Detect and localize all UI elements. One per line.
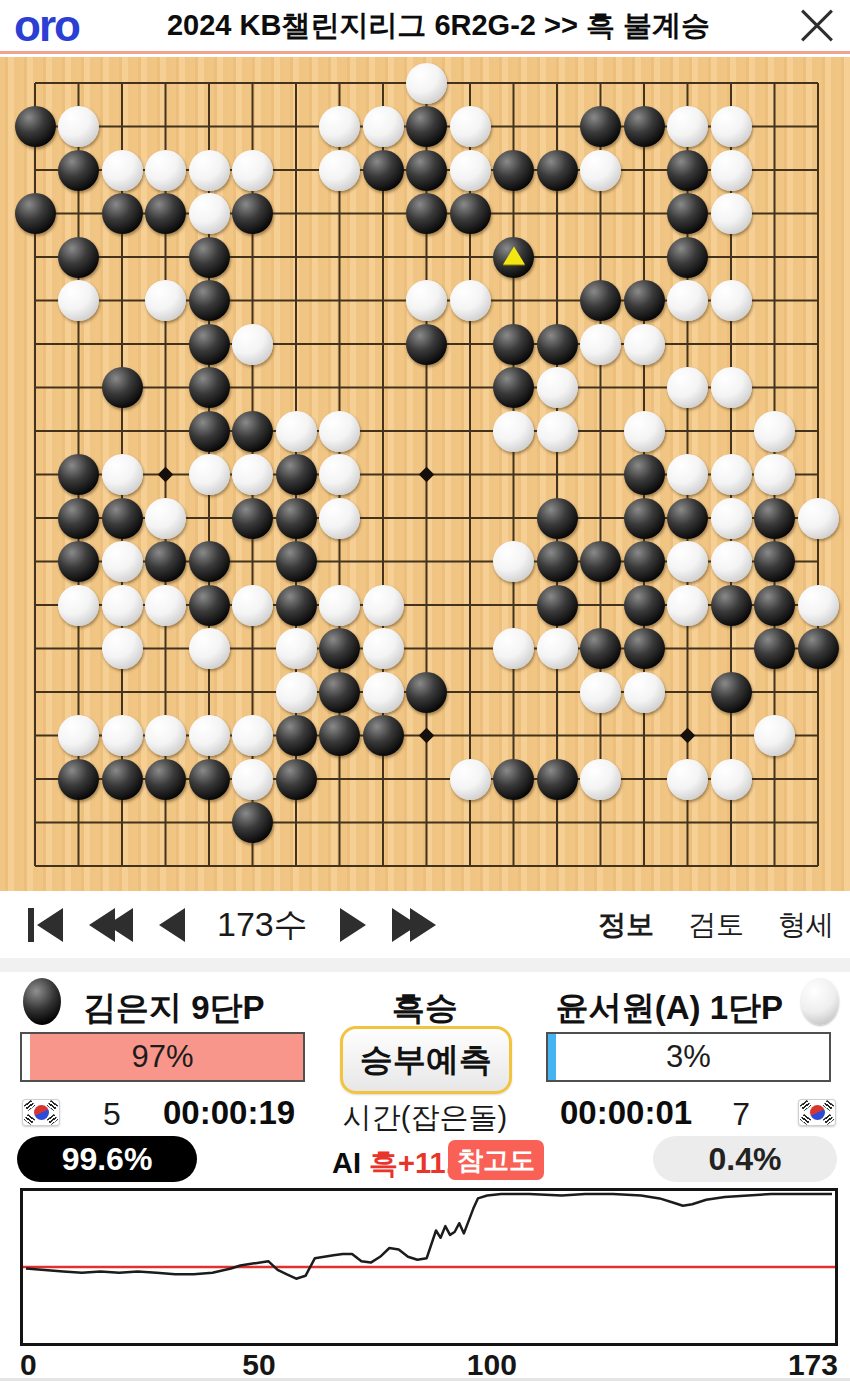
stone-black xyxy=(232,193,273,234)
stone-black xyxy=(189,237,230,278)
stone-black xyxy=(189,367,230,408)
stone-black xyxy=(493,150,534,191)
stone-black xyxy=(450,193,491,234)
x-tick-100: 100 xyxy=(467,1348,517,1381)
stone-white xyxy=(711,498,752,539)
stone-white xyxy=(580,759,621,800)
time-caption: 시간(잡은돌) xyxy=(0,1098,850,1138)
stone-white xyxy=(450,280,491,321)
stones-layer xyxy=(13,61,840,888)
stone-white xyxy=(319,106,360,147)
stone-white xyxy=(102,541,143,582)
stone-white xyxy=(754,411,795,452)
stone-black xyxy=(145,193,186,234)
stone-black xyxy=(319,715,360,756)
stone-black xyxy=(276,585,317,626)
stone-black xyxy=(102,193,143,234)
stone-white xyxy=(711,193,752,234)
stone-black xyxy=(798,628,839,669)
stone-black xyxy=(145,541,186,582)
stone-white xyxy=(450,759,491,800)
stone-white xyxy=(667,367,708,408)
replay-nav: 173수 정보 검토 형세 xyxy=(0,891,850,958)
stone-black xyxy=(189,541,230,582)
move-counter: 173수 xyxy=(217,902,308,948)
stone-white xyxy=(102,454,143,495)
stone-white xyxy=(145,150,186,191)
stone-black xyxy=(624,585,665,626)
app-header: oro 2024 KB챌린지리그 6R2G-2 >> 흑 불계승 xyxy=(0,0,850,54)
stone-white xyxy=(319,411,360,452)
section-divider xyxy=(0,958,850,972)
last-move-marker xyxy=(503,247,525,265)
x-tick-0: 0 xyxy=(20,1348,37,1381)
stone-white xyxy=(406,63,447,104)
stone-black xyxy=(754,628,795,669)
stone-white xyxy=(189,715,230,756)
x-tick-173: 173 xyxy=(788,1348,838,1381)
stone-white xyxy=(319,585,360,626)
white-flag-icon xyxy=(798,1099,836,1126)
stone-black xyxy=(537,541,578,582)
stone-black xyxy=(58,237,99,278)
stone-black xyxy=(58,541,99,582)
stone-black xyxy=(363,150,404,191)
stone-white xyxy=(711,759,752,800)
stone-white xyxy=(58,280,99,321)
stone-black xyxy=(537,498,578,539)
stone-white xyxy=(667,454,708,495)
stone-white xyxy=(276,411,317,452)
stone-white xyxy=(667,280,708,321)
stone-white xyxy=(363,106,404,147)
stone-black xyxy=(58,454,99,495)
stone-white xyxy=(711,150,752,191)
oro-logo[interactable]: oro xyxy=(14,4,79,48)
stone-black xyxy=(667,150,708,191)
winrate-graph xyxy=(20,1188,838,1346)
stone-black xyxy=(667,237,708,278)
stone-white xyxy=(363,672,404,713)
stone-white xyxy=(102,585,143,626)
stone-white xyxy=(102,628,143,669)
stone-white xyxy=(102,715,143,756)
stone-black xyxy=(624,280,665,321)
stone-white xyxy=(493,541,534,582)
stone-white xyxy=(58,585,99,626)
stone-white xyxy=(493,628,534,669)
stone-black xyxy=(580,280,621,321)
stone-white xyxy=(232,150,273,191)
stone-black xyxy=(58,498,99,539)
stone-black xyxy=(754,498,795,539)
stone-black xyxy=(580,106,621,147)
stone-white xyxy=(537,628,578,669)
stone-white xyxy=(232,585,273,626)
stone-black xyxy=(537,150,578,191)
stone-black xyxy=(580,541,621,582)
stone-black xyxy=(189,759,230,800)
white-clock: 00:00:01 xyxy=(560,1094,692,1132)
stone-black xyxy=(537,324,578,365)
stone-black xyxy=(145,759,186,800)
stone-black xyxy=(102,367,143,408)
stone-black xyxy=(406,324,447,365)
stone-white xyxy=(406,280,447,321)
stone-black xyxy=(537,759,578,800)
stone-white xyxy=(667,541,708,582)
stone-black xyxy=(102,759,143,800)
stone-black xyxy=(276,541,317,582)
close-icon[interactable] xyxy=(798,6,838,46)
stone-black xyxy=(537,585,578,626)
predict-button[interactable]: 승부예측 xyxy=(340,1026,512,1094)
stone-white xyxy=(537,367,578,408)
stone-white xyxy=(145,585,186,626)
stone-black xyxy=(667,498,708,539)
stone-white xyxy=(580,150,621,191)
stone-black xyxy=(276,498,317,539)
stone-white xyxy=(319,150,360,191)
stone-white xyxy=(145,498,186,539)
stone-black xyxy=(624,541,665,582)
stone-black xyxy=(406,150,447,191)
stone-black xyxy=(406,672,447,713)
stone-white xyxy=(711,367,752,408)
stone-black xyxy=(58,150,99,191)
stone-black xyxy=(667,193,708,234)
stone-white xyxy=(450,150,491,191)
stone-white xyxy=(102,150,143,191)
reference-diagram-button[interactable]: 참고도 xyxy=(448,1140,544,1180)
stone-black xyxy=(754,541,795,582)
stone-black xyxy=(493,324,534,365)
black-win-pct: 97% xyxy=(22,1034,303,1080)
stone-white xyxy=(276,672,317,713)
tab-territory[interactable]: 형세 xyxy=(778,906,834,944)
stone-white xyxy=(189,628,230,669)
stone-white xyxy=(667,585,708,626)
winrate-graph-section: 050100173 xyxy=(0,1188,850,1381)
x-tick-50: 50 xyxy=(242,1348,275,1381)
stone-white xyxy=(493,411,534,452)
stone-white xyxy=(450,106,491,147)
stone-white xyxy=(798,498,839,539)
fast-back-button[interactable] xyxy=(89,908,133,942)
stone-black xyxy=(319,628,360,669)
stone-white xyxy=(798,585,839,626)
players-panel: 김은지 9단P 흑승 윤서원(A) 1단P 97% 승부예측 3% 5 00:0… xyxy=(0,972,850,1188)
stone-black xyxy=(102,498,143,539)
stone-white xyxy=(232,759,273,800)
ai-label: AI xyxy=(332,1147,361,1179)
stone-white xyxy=(232,324,273,365)
stone-white xyxy=(580,324,621,365)
stone-black xyxy=(363,715,404,756)
stone-black xyxy=(711,585,752,626)
stone-black xyxy=(711,672,752,713)
stone-white xyxy=(624,411,665,452)
stone-black xyxy=(406,106,447,147)
stone-white xyxy=(58,106,99,147)
tab-review[interactable]: 검토 xyxy=(688,906,744,944)
stone-white xyxy=(667,759,708,800)
stone-white xyxy=(276,628,317,669)
stone-black xyxy=(624,628,665,669)
stone-white xyxy=(624,324,665,365)
prev-move-button[interactable] xyxy=(159,908,185,942)
white-player-name: 윤서원(A) 1단P xyxy=(556,986,783,1031)
stone-white xyxy=(189,150,230,191)
stone-black xyxy=(58,759,99,800)
stone-black xyxy=(493,237,534,278)
stone-black xyxy=(580,628,621,669)
stone-white xyxy=(711,454,752,495)
first-move-button[interactable] xyxy=(28,908,63,942)
stone-white xyxy=(145,280,186,321)
black-ai-winrate: 99.6% xyxy=(17,1136,197,1182)
stone-white xyxy=(319,498,360,539)
stone-black xyxy=(319,672,360,713)
white-win-pct: 3% xyxy=(548,1034,829,1080)
stone-white xyxy=(58,715,99,756)
stone-white xyxy=(754,454,795,495)
fast-forward-button[interactable] xyxy=(392,908,436,942)
stone-white xyxy=(232,715,273,756)
stone-white xyxy=(537,411,578,452)
stone-black xyxy=(624,454,665,495)
stone-black xyxy=(189,280,230,321)
stone-black xyxy=(406,193,447,234)
next-move-button[interactable] xyxy=(340,908,366,942)
winrate-curve xyxy=(23,1191,835,1343)
white-stone-icon xyxy=(801,978,839,1025)
stone-white xyxy=(232,454,273,495)
stone-white xyxy=(711,106,752,147)
stone-white xyxy=(580,672,621,713)
stone-white xyxy=(145,715,186,756)
stone-black xyxy=(624,106,665,147)
white-win-bar: 3% xyxy=(546,1032,831,1082)
stone-black xyxy=(493,367,534,408)
white-ai-winrate: 0.4% xyxy=(653,1136,837,1182)
stone-black xyxy=(276,715,317,756)
stone-black xyxy=(189,411,230,452)
stone-black xyxy=(232,498,273,539)
stone-black xyxy=(276,454,317,495)
white-captures: 7 xyxy=(732,1096,750,1133)
stone-black xyxy=(232,802,273,843)
stone-white xyxy=(711,541,752,582)
black-win-bar: 97% xyxy=(20,1032,305,1082)
stone-black xyxy=(189,585,230,626)
stone-black xyxy=(189,324,230,365)
graph-x-axis: 050100173 xyxy=(20,1348,838,1381)
stone-white xyxy=(363,585,404,626)
stone-black xyxy=(493,759,534,800)
stone-white xyxy=(754,715,795,756)
stone-white xyxy=(363,628,404,669)
stone-black xyxy=(15,106,56,147)
stone-black xyxy=(232,411,273,452)
game-title: 2024 KB챌린지리그 6R2G-2 >> 흑 불계승 xyxy=(79,6,798,46)
stone-white xyxy=(189,193,230,234)
tab-info[interactable]: 정보 xyxy=(598,906,654,944)
stone-black xyxy=(15,193,56,234)
stone-white xyxy=(711,280,752,321)
stone-white xyxy=(189,454,230,495)
go-board xyxy=(0,57,850,891)
stone-white xyxy=(667,106,708,147)
stone-white xyxy=(319,454,360,495)
stone-black xyxy=(624,498,665,539)
stone-black xyxy=(276,759,317,800)
stone-black xyxy=(754,585,795,626)
stone-white xyxy=(624,672,665,713)
